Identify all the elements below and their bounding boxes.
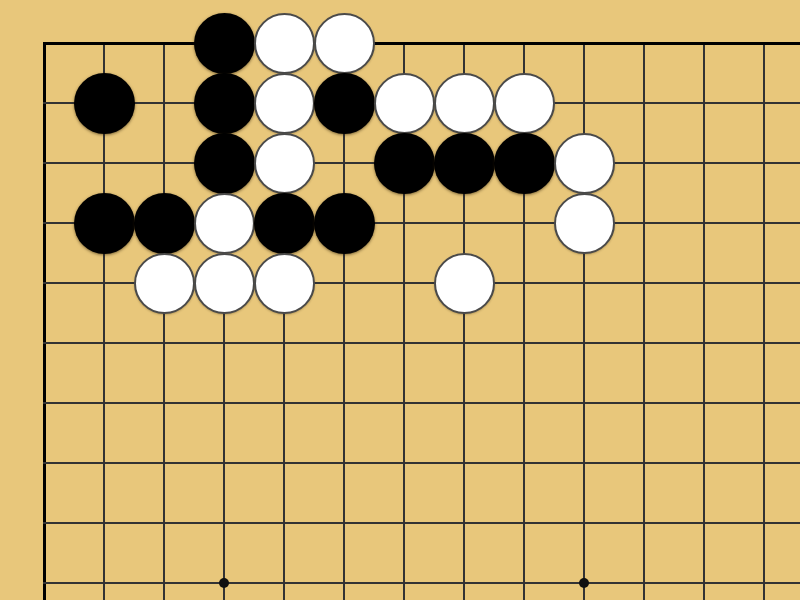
grid-line-vertical [163,42,165,600]
white-stone[interactable] [434,73,495,134]
grid-line-horizontal [43,522,800,524]
go-board[interactable] [0,0,800,600]
grid-line-horizontal [43,582,800,584]
grid-line-horizontal [43,402,800,404]
grid-line-vertical [643,42,645,600]
black-stone[interactable] [74,193,135,254]
black-stone[interactable] [374,133,435,194]
black-stone[interactable] [74,73,135,134]
black-stone[interactable] [494,133,555,194]
star-point [579,578,589,588]
board-edge-left [43,42,46,600]
black-stone[interactable] [314,73,375,134]
white-stone[interactable] [194,193,255,254]
white-stone[interactable] [434,253,495,314]
screen [0,0,800,600]
white-stone[interactable] [254,13,315,74]
white-stone[interactable] [374,73,435,134]
white-stone[interactable] [314,13,375,74]
black-stone[interactable] [434,133,495,194]
white-stone[interactable] [194,253,255,314]
white-stone[interactable] [554,193,615,254]
grid-line-vertical [583,42,585,600]
white-stone[interactable] [134,253,195,314]
white-stone[interactable] [254,73,315,134]
grid-line-horizontal [43,462,800,464]
grid-line-vertical [703,42,705,600]
grid-line-horizontal [43,342,800,344]
black-stone[interactable] [314,193,375,254]
white-stone[interactable] [494,73,555,134]
black-stone[interactable] [194,133,255,194]
board-edge-top [43,42,800,45]
black-stone[interactable] [194,73,255,134]
white-stone[interactable] [254,133,315,194]
black-stone[interactable] [254,193,315,254]
star-point [219,578,229,588]
grid-line-vertical [763,42,765,600]
white-stone[interactable] [254,253,315,314]
black-stone[interactable] [134,193,195,254]
black-stone[interactable] [194,13,255,74]
white-stone[interactable] [554,133,615,194]
